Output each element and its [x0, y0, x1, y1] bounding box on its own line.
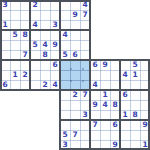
- cell-r7c6[interactable]: [60, 70, 70, 80]
- cell-r2c5[interactable]: 3: [50, 20, 60, 30]
- cell-r8c6[interactable]: [60, 80, 70, 90]
- cell-r9c10[interactable]: 1: [100, 90, 110, 100]
- cell-r11c10[interactable]: [100, 110, 110, 120]
- cell-r13c6[interactable]: 5: [60, 130, 70, 140]
- cell-r7c10[interactable]: [100, 70, 110, 80]
- cell-r5c7[interactable]: 6: [70, 50, 80, 60]
- cell-r6c4[interactable]: [40, 60, 50, 70]
- cell-r7c9[interactable]: [90, 70, 100, 80]
- cell-r0c7[interactable]: [70, 0, 80, 10]
- cell-r2c1[interactable]: [10, 20, 20, 30]
- cell-r8c14[interactable]: [140, 80, 150, 90]
- cell-r13c9[interactable]: [90, 130, 100, 140]
- cell-r1c1[interactable]: [10, 10, 20, 20]
- cell-r5c6[interactable]: 5: [60, 50, 70, 60]
- cell-r11c7[interactable]: [70, 110, 80, 120]
- cell-r13c10[interactable]: [100, 130, 110, 140]
- cell-r0c8[interactable]: 4: [80, 0, 90, 10]
- puzzle-board: 3249714358454978566126246954142716948318…: [0, 0, 150, 150]
- cell-r0c5[interactable]: [50, 0, 60, 10]
- cell-r5c3[interactable]: [30, 50, 40, 60]
- cell-r8c1[interactable]: [10, 80, 20, 90]
- cell-r7c7[interactable]: [70, 70, 80, 80]
- cell-r3c3[interactable]: [30, 30, 40, 40]
- cell-r6c14[interactable]: [140, 60, 150, 70]
- cell-r8c4[interactable]: 2: [40, 80, 50, 90]
- cell-r12c6[interactable]: [60, 120, 70, 130]
- cell-r9c11[interactable]: [110, 90, 120, 100]
- cell-r7c2[interactable]: 2: [20, 70, 30, 80]
- cell-r13c12[interactable]: [120, 130, 130, 140]
- cell-r11c13[interactable]: 8: [130, 110, 140, 120]
- cell-r7c1[interactable]: 1: [10, 70, 20, 80]
- cell-r6c3[interactable]: [30, 60, 40, 70]
- cell-r4c6[interactable]: [60, 40, 70, 50]
- cell-r6c5[interactable]: 6: [50, 60, 60, 70]
- cell-r2c0[interactable]: 1: [0, 20, 10, 30]
- cell-r2c2[interactable]: [20, 20, 30, 30]
- cell-r1c0[interactable]: [0, 10, 10, 20]
- cell-r12c7[interactable]: [70, 120, 80, 130]
- cell-r6c6[interactable]: [60, 60, 70, 70]
- cell-r7c0[interactable]: [0, 70, 10, 80]
- cell-r1c7[interactable]: 9: [70, 10, 80, 20]
- cell-r9c6[interactable]: [60, 90, 70, 100]
- cell-r6c13[interactable]: 5: [130, 60, 140, 70]
- cell-r4c3[interactable]: 5: [30, 40, 40, 50]
- cell-r10c13[interactable]: [130, 100, 140, 110]
- cell-r4c7[interactable]: [70, 40, 80, 50]
- cell-r1c3[interactable]: [30, 10, 40, 20]
- cell-r14c11[interactable]: 9: [110, 140, 120, 150]
- cell-r13c11[interactable]: [110, 130, 120, 140]
- cell-r14c13[interactable]: [130, 140, 140, 150]
- cell-r5c2[interactable]: 7: [20, 50, 30, 60]
- cell-r2c7[interactable]: [70, 20, 80, 30]
- cell-r0c1[interactable]: [10, 0, 20, 10]
- cell-r11c8[interactable]: 3: [80, 110, 90, 120]
- cell-r4c0[interactable]: [0, 40, 10, 50]
- cell-r7c4[interactable]: [40, 70, 50, 80]
- cell-r6c1[interactable]: [10, 60, 20, 70]
- cell-r9c12[interactable]: 6: [120, 90, 130, 100]
- cell-r3c6[interactable]: 4: [60, 30, 70, 40]
- cell-r3c1[interactable]: 5: [10, 30, 20, 40]
- cell-r7c3[interactable]: [30, 70, 40, 80]
- cell-r10c14[interactable]: [140, 100, 150, 110]
- cell-r9c8[interactable]: 7: [80, 90, 90, 100]
- cell-r8c13[interactable]: [130, 80, 140, 90]
- cell-r12c13[interactable]: [130, 120, 140, 130]
- center-cell-corner-mark: [82, 80, 84, 82]
- cell-r10c11[interactable]: 8: [110, 100, 120, 110]
- cell-r12c14[interactable]: 9: [140, 120, 150, 130]
- cell-r10c9[interactable]: 9: [90, 100, 100, 110]
- cell-r13c7[interactable]: 7: [70, 130, 80, 140]
- cell-r10c12[interactable]: [120, 100, 130, 110]
- center-cell-corner-mark: [82, 68, 84, 70]
- cell-r9c7[interactable]: 2: [70, 90, 80, 100]
- cell-r1c5[interactable]: [50, 10, 60, 20]
- cell-r3c2[interactable]: 8: [20, 30, 30, 40]
- cell-r7c14[interactable]: [140, 70, 150, 80]
- cell-r14c6[interactable]: 3: [60, 140, 70, 150]
- center-cell-corner-mark: [70, 68, 72, 70]
- cell-r0c0[interactable]: 3: [0, 0, 10, 10]
- cell-r5c8[interactable]: [80, 50, 90, 60]
- cell-r1c4[interactable]: [40, 10, 50, 20]
- cell-r8c0[interactable]: 6: [0, 80, 10, 90]
- cell-r7c11[interactable]: [110, 70, 120, 80]
- cell-r1c6[interactable]: [60, 10, 70, 20]
- cell-r6c2[interactable]: [20, 60, 30, 70]
- cell-r2c4[interactable]: [40, 20, 50, 30]
- cell-r11c12[interactable]: 1: [120, 110, 130, 120]
- cell-r6c11[interactable]: [110, 60, 120, 70]
- cell-r4c5[interactable]: 9: [50, 40, 60, 50]
- cell-r6c12[interactable]: [120, 60, 130, 70]
- cell-r14c12[interactable]: [120, 140, 130, 150]
- cell-r5c1[interactable]: [10, 50, 20, 60]
- cell-r7c12[interactable]: 4: [120, 70, 130, 80]
- cell-r14c14[interactable]: 1: [140, 140, 150, 150]
- cell-r2c8[interactable]: [80, 20, 90, 30]
- cell-r13c8[interactable]: [80, 130, 90, 140]
- cell-r8c9[interactable]: 4: [90, 80, 100, 90]
- cell-r8c12[interactable]: [120, 80, 130, 90]
- cell-r2c3[interactable]: 4: [30, 20, 40, 30]
- cell-r6c10[interactable]: 9: [100, 60, 110, 70]
- cell-r6c0[interactable]: [0, 60, 10, 70]
- cell-r5c5[interactable]: [50, 50, 60, 60]
- cell-r8c5[interactable]: 4: [50, 80, 60, 90]
- cell-r8c2[interactable]: [20, 80, 30, 90]
- cell-r11c6[interactable]: [60, 110, 70, 120]
- cell-r5c0[interactable]: [0, 50, 10, 60]
- cell-r7c13[interactable]: 1: [130, 70, 140, 80]
- cell-r4c8[interactable]: [80, 40, 90, 50]
- cell-r7c5[interactable]: [50, 70, 60, 80]
- cell-r8c10[interactable]: [100, 80, 110, 90]
- cell-r3c4[interactable]: [40, 30, 50, 40]
- cell-r13c14[interactable]: [140, 130, 150, 140]
- cell-r9c9[interactable]: [90, 90, 100, 100]
- cell-r3c7[interactable]: [70, 30, 80, 40]
- cell-r4c2[interactable]: [20, 40, 30, 50]
- cell-r12c9[interactable]: 7: [90, 120, 100, 130]
- cell-r0c4[interactable]: [40, 0, 50, 10]
- center-cell-corner-mark: [70, 80, 72, 82]
- cell-r10c6[interactable]: [60, 100, 70, 110]
- cell-r3c8[interactable]: [80, 30, 90, 40]
- cell-r14c7[interactable]: [70, 140, 80, 150]
- cell-r14c10[interactable]: [100, 140, 110, 150]
- cell-r12c12[interactable]: [120, 120, 130, 130]
- cell-r10c10[interactable]: 4: [100, 100, 110, 110]
- cell-r10c7[interactable]: [70, 100, 80, 110]
- cell-r14c9[interactable]: [90, 140, 100, 150]
- cell-r8c11[interactable]: [110, 80, 120, 90]
- cell-r11c9[interactable]: [90, 110, 100, 120]
- cell-r1c8[interactable]: 7: [80, 10, 90, 20]
- cell-r5c4[interactable]: 8: [40, 50, 50, 60]
- cell-r13c13[interactable]: [130, 130, 140, 140]
- cell-r11c14[interactable]: [140, 110, 150, 120]
- cell-r3c0[interactable]: [0, 30, 10, 40]
- cell-r0c6[interactable]: [60, 0, 70, 10]
- cell-r11c11[interactable]: [110, 110, 120, 120]
- cell-r12c8[interactable]: [80, 120, 90, 130]
- cell-r4c1[interactable]: [10, 40, 20, 50]
- cell-r9c13[interactable]: [130, 90, 140, 100]
- cell-r3c5[interactable]: [50, 30, 60, 40]
- cell-r0c3[interactable]: 2: [30, 0, 40, 10]
- cell-r1c2[interactable]: [20, 10, 30, 20]
- cell-r8c3[interactable]: [30, 80, 40, 90]
- cell-r2c6[interactable]: [60, 20, 70, 30]
- cell-r12c11[interactable]: 6: [110, 120, 120, 130]
- cell-r9c14[interactable]: [140, 90, 150, 100]
- cell-r4c4[interactable]: 4: [40, 40, 50, 50]
- cell-r10c8[interactable]: [80, 100, 90, 110]
- cell-r12c10[interactable]: [100, 120, 110, 130]
- cell-r0c2[interactable]: [20, 0, 30, 10]
- cell-r14c8[interactable]: [80, 140, 90, 150]
- cell-r7c8[interactable]: [80, 70, 90, 80]
- cell-r6c9[interactable]: 6: [90, 60, 100, 70]
